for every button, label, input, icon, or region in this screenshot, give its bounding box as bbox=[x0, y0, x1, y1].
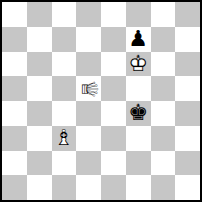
white-king[interactable]: ♚♔ bbox=[126, 52, 150, 76]
black-king[interactable]: ♚ bbox=[126, 101, 150, 125]
square-g8[interactable] bbox=[151, 2, 176, 27]
square-e2[interactable] bbox=[101, 151, 126, 176]
square-a2[interactable] bbox=[2, 151, 27, 176]
square-c3[interactable]: ♝♗ bbox=[52, 126, 77, 151]
square-h8[interactable] bbox=[175, 2, 200, 27]
square-b6[interactable] bbox=[27, 52, 52, 77]
square-f8[interactable] bbox=[126, 2, 151, 27]
square-c1[interactable] bbox=[52, 175, 77, 200]
square-d6[interactable] bbox=[76, 52, 101, 77]
square-a7[interactable] bbox=[2, 27, 27, 52]
square-c8[interactable] bbox=[52, 2, 77, 27]
square-b2[interactable] bbox=[27, 151, 52, 176]
square-a3[interactable] bbox=[2, 126, 27, 151]
chess-board: ♟♚♔♛♕♚♝♗ bbox=[2, 2, 200, 200]
square-f3[interactable] bbox=[126, 126, 151, 151]
square-f7[interactable]: ♟ bbox=[126, 27, 151, 52]
square-f5[interactable] bbox=[126, 76, 151, 101]
square-h1[interactable] bbox=[175, 175, 200, 200]
chess-board-frame: ♟♚♔♛♕♚♝♗ bbox=[0, 0, 202, 202]
square-e1[interactable] bbox=[101, 175, 126, 200]
square-g2[interactable] bbox=[151, 151, 176, 176]
square-h5[interactable] bbox=[175, 76, 200, 101]
square-h6[interactable] bbox=[175, 52, 200, 77]
square-b7[interactable] bbox=[27, 27, 52, 52]
square-h3[interactable] bbox=[175, 126, 200, 151]
square-a1[interactable] bbox=[2, 175, 27, 200]
square-e7[interactable] bbox=[101, 27, 126, 52]
square-e8[interactable] bbox=[101, 2, 126, 27]
square-a8[interactable] bbox=[2, 2, 27, 27]
white-bishop[interactable]: ♝♗ bbox=[52, 126, 76, 150]
square-b3[interactable] bbox=[27, 126, 52, 151]
square-b4[interactable] bbox=[27, 101, 52, 126]
square-g5[interactable] bbox=[151, 76, 176, 101]
square-g3[interactable] bbox=[151, 126, 176, 151]
black-pawn[interactable]: ♟ bbox=[126, 27, 150, 51]
square-g6[interactable] bbox=[151, 52, 176, 77]
square-h2[interactable] bbox=[175, 151, 200, 176]
square-d8[interactable] bbox=[76, 2, 101, 27]
square-f1[interactable] bbox=[126, 175, 151, 200]
square-a4[interactable] bbox=[2, 101, 27, 126]
square-b1[interactable] bbox=[27, 175, 52, 200]
square-c7[interactable] bbox=[52, 27, 77, 52]
square-g7[interactable] bbox=[151, 27, 176, 52]
square-d5[interactable]: ♛♕ bbox=[76, 76, 101, 101]
square-g4[interactable] bbox=[151, 101, 176, 126]
square-d2[interactable] bbox=[76, 151, 101, 176]
square-c4[interactable] bbox=[52, 101, 77, 126]
square-c6[interactable] bbox=[52, 52, 77, 77]
square-c2[interactable] bbox=[52, 151, 77, 176]
square-e6[interactable] bbox=[101, 52, 126, 77]
square-d7[interactable] bbox=[76, 27, 101, 52]
white-queen[interactable]: ♛♕ bbox=[77, 77, 101, 101]
square-e5[interactable] bbox=[101, 76, 126, 101]
square-e4[interactable] bbox=[101, 101, 126, 126]
square-d1[interactable] bbox=[76, 175, 101, 200]
square-f6[interactable]: ♚♔ bbox=[126, 52, 151, 77]
square-h4[interactable] bbox=[175, 101, 200, 126]
square-c5[interactable] bbox=[52, 76, 77, 101]
square-f2[interactable] bbox=[126, 151, 151, 176]
square-f4[interactable]: ♚ bbox=[126, 101, 151, 126]
square-g1[interactable] bbox=[151, 175, 176, 200]
square-b8[interactable] bbox=[27, 2, 52, 27]
square-d4[interactable] bbox=[76, 101, 101, 126]
square-h7[interactable] bbox=[175, 27, 200, 52]
square-a5[interactable] bbox=[2, 76, 27, 101]
square-e3[interactable] bbox=[101, 126, 126, 151]
square-a6[interactable] bbox=[2, 52, 27, 77]
square-b5[interactable] bbox=[27, 76, 52, 101]
square-d3[interactable] bbox=[76, 126, 101, 151]
